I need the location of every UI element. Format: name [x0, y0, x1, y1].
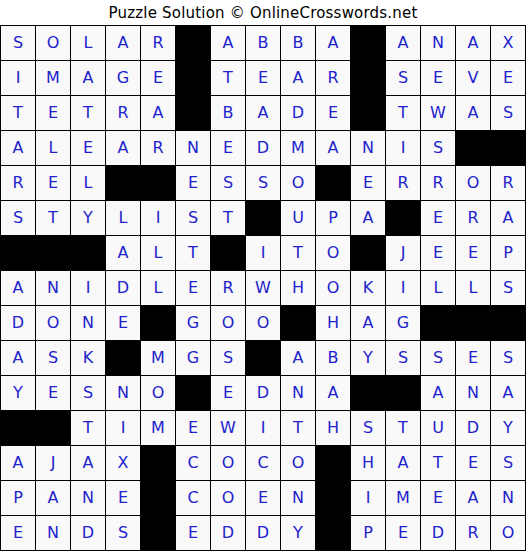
cell-letter: A: [468, 490, 479, 506]
cell-letter: T: [188, 245, 198, 261]
letter-cell: T: [281, 411, 315, 445]
letter-cell: D: [211, 516, 245, 550]
cell-letter: E: [48, 385, 58, 401]
black-cell: [106, 166, 140, 200]
cell-letter: S: [13, 35, 23, 51]
cell-letter: B: [223, 105, 234, 121]
letter-cell: W: [246, 271, 280, 305]
letter-cell: E: [456, 446, 490, 480]
letter-cell: A: [456, 26, 490, 60]
letter-cell: E: [456, 236, 490, 270]
black-cell: [106, 341, 140, 375]
cell-letter: A: [328, 385, 339, 401]
letter-cell: D: [1, 306, 35, 340]
cell-letter: R: [502, 175, 513, 191]
letter-cell: D: [106, 271, 140, 305]
letter-cell: I: [246, 411, 280, 445]
letter-cell: I: [141, 201, 175, 235]
letter-cell: A: [141, 96, 175, 130]
cell-letter: T: [293, 245, 303, 261]
letter-cell: N: [351, 131, 385, 165]
black-cell: [36, 236, 70, 270]
letter-cell: E: [211, 131, 245, 165]
cell-letter: T: [48, 210, 58, 226]
black-cell: [246, 201, 280, 235]
letter-cell: S: [1, 201, 35, 235]
cell-letter: E: [223, 385, 233, 401]
cell-letter: R: [397, 175, 408, 191]
letter-cell: E: [421, 61, 455, 95]
cell-letter: N: [187, 140, 199, 156]
cell-letter: E: [188, 525, 198, 541]
cell-letter: T: [433, 455, 443, 471]
letter-cell: S: [211, 341, 245, 375]
letter-cell: H: [351, 446, 385, 480]
letter-cell: A: [106, 26, 140, 60]
letter-cell: J: [386, 236, 420, 270]
letter-cell: O: [36, 306, 70, 340]
letter-cell: A: [106, 131, 140, 165]
black-cell: [491, 131, 525, 165]
cell-letter: T: [223, 210, 233, 226]
letter-cell: A: [281, 61, 315, 95]
letter-cell: E: [316, 96, 350, 130]
letter-cell: D: [281, 96, 315, 130]
letter-cell: T: [386, 411, 420, 445]
cell-letter: D: [82, 525, 94, 541]
cell-letter: I: [261, 420, 266, 436]
cell-letter: E: [118, 315, 128, 331]
black-cell: [36, 411, 70, 445]
letter-cell: W: [421, 96, 455, 130]
letter-cell: S: [421, 131, 455, 165]
cell-letter: A: [468, 105, 479, 121]
cell-letter: S: [503, 350, 513, 366]
cell-letter: P: [328, 210, 338, 226]
letter-cell: X: [491, 26, 525, 60]
letter-cell: A: [211, 26, 245, 60]
letter-cell: N: [491, 481, 525, 515]
cell-letter: O: [502, 525, 515, 541]
letter-cell: H: [316, 411, 350, 445]
cell-letter: M: [396, 490, 410, 506]
cell-letter: M: [151, 350, 165, 366]
cell-letter: E: [48, 105, 58, 121]
cell-letter: H: [327, 315, 339, 331]
letter-cell: U: [281, 201, 315, 235]
letter-cell: L: [421, 271, 455, 305]
letter-cell: A: [1, 271, 35, 305]
cell-letter: I: [16, 70, 21, 86]
cell-letter: S: [48, 350, 58, 366]
cell-letter: X: [118, 455, 129, 471]
letter-cell: E: [421, 201, 455, 235]
cell-letter: N: [362, 140, 374, 156]
cell-letter: I: [121, 420, 126, 436]
cell-letter: L: [434, 280, 443, 296]
letter-cell: E: [456, 341, 490, 375]
letter-cell: T: [1, 96, 35, 130]
letter-cell: T: [71, 96, 105, 130]
black-cell: [176, 96, 210, 130]
letter-cell: N: [36, 271, 70, 305]
letter-cell: B: [246, 26, 280, 60]
letter-cell: N: [281, 481, 315, 515]
cell-letter: A: [503, 210, 514, 226]
letter-cell: S: [211, 166, 245, 200]
cell-letter: L: [84, 175, 93, 191]
letter-cell: L: [456, 271, 490, 305]
cell-letter: N: [47, 525, 59, 541]
page-title: Puzzle Solution © OnlineCrosswords.net: [0, 0, 526, 25]
black-cell: [386, 376, 420, 410]
cell-letter: R: [152, 140, 163, 156]
cell-letter: O: [47, 35, 60, 51]
cell-letter: N: [82, 490, 94, 506]
cell-letter: S: [398, 70, 408, 86]
cell-letter: S: [223, 350, 233, 366]
letter-cell: T: [386, 96, 420, 130]
letter-cell: Y: [71, 201, 105, 235]
letter-cell: E: [176, 516, 210, 550]
letter-cell: E: [36, 376, 70, 410]
letter-cell: E: [351, 166, 385, 200]
cell-letter: N: [47, 280, 59, 296]
puzzle-solution-page: Puzzle Solution © OnlineCrosswords.net S…: [0, 0, 526, 551]
letter-cell: O: [36, 26, 70, 60]
cell-letter: A: [293, 70, 304, 86]
letter-cell: E: [1, 516, 35, 550]
letter-cell: M: [386, 481, 420, 515]
black-cell: [176, 61, 210, 95]
letter-cell: L: [71, 166, 105, 200]
cell-letter: N: [467, 385, 479, 401]
cell-letter: K: [363, 280, 374, 296]
crossword-grid: SOLARABBAANAXIMAGETEARSEVETETRABADETWASA…: [0, 25, 526, 551]
cell-letter: E: [363, 175, 373, 191]
letter-cell: L: [71, 26, 105, 60]
letter-cell: A: [36, 481, 70, 515]
letter-cell: T: [176, 236, 210, 270]
letter-cell: D: [246, 516, 280, 550]
cell-letter: W: [255, 280, 271, 296]
cell-letter: S: [503, 455, 513, 471]
cell-letter: O: [292, 175, 305, 191]
letter-cell: I: [246, 236, 280, 270]
cell-letter: Y: [363, 350, 373, 366]
black-cell: [71, 236, 105, 270]
letter-cell: C: [176, 446, 210, 480]
letter-cell: A: [71, 61, 105, 95]
cell-letter: A: [503, 385, 514, 401]
cell-letter: B: [293, 35, 304, 51]
cell-letter: A: [83, 70, 94, 86]
cell-letter: I: [86, 280, 91, 296]
cell-letter: L: [84, 35, 93, 51]
cell-letter: E: [433, 245, 443, 261]
cell-letter: N: [432, 35, 444, 51]
letter-cell: G: [106, 61, 140, 95]
cell-letter: O: [152, 385, 165, 401]
cell-letter: C: [187, 490, 198, 506]
letter-cell: S: [491, 341, 525, 375]
cell-letter: E: [328, 105, 338, 121]
cell-letter: D: [222, 525, 234, 541]
cell-letter: R: [467, 210, 478, 226]
letter-cell: M: [141, 411, 175, 445]
letter-cell: M: [281, 131, 315, 165]
cell-letter: E: [398, 525, 408, 541]
letter-cell: E: [36, 166, 70, 200]
letter-cell: A: [386, 26, 420, 60]
letter-cell: O: [211, 446, 245, 480]
cell-letter: S: [363, 420, 373, 436]
cell-letter: L: [469, 280, 478, 296]
cell-letter: T: [83, 420, 93, 436]
black-cell: [141, 306, 175, 340]
letter-cell: I: [386, 271, 420, 305]
letter-cell: H: [281, 271, 315, 305]
black-cell: [421, 306, 455, 340]
cell-letter: V: [468, 70, 479, 86]
letter-cell: G: [176, 341, 210, 375]
cell-letter: O: [222, 315, 235, 331]
cell-letter: L: [119, 210, 128, 226]
black-cell: [456, 306, 490, 340]
letter-cell: R: [141, 131, 175, 165]
letter-cell: J: [36, 446, 70, 480]
cell-letter: N: [292, 385, 304, 401]
cell-letter: D: [12, 315, 24, 331]
letter-cell: N: [176, 131, 210, 165]
letter-cell: C: [176, 481, 210, 515]
cell-letter: Y: [13, 385, 23, 401]
letter-cell: O: [211, 481, 245, 515]
letter-cell: E: [36, 96, 70, 130]
cell-letter: D: [257, 525, 269, 541]
letter-cell: R: [1, 166, 35, 200]
cell-letter: Y: [503, 420, 513, 436]
letter-cell: Y: [281, 516, 315, 550]
letter-cell: D: [456, 411, 490, 445]
letter-cell: R: [456, 201, 490, 235]
cell-letter: O: [467, 175, 480, 191]
letter-cell: N: [71, 306, 105, 340]
cell-letter: Y: [83, 210, 93, 226]
cell-letter: T: [223, 70, 233, 86]
letter-cell: K: [71, 341, 105, 375]
letter-cell: O: [246, 306, 280, 340]
black-cell: [316, 481, 350, 515]
cell-letter: E: [188, 420, 198, 436]
letter-cell: E: [176, 271, 210, 305]
cell-letter: A: [258, 105, 269, 121]
cell-letter: M: [46, 70, 60, 86]
cell-letter: O: [257, 315, 270, 331]
cell-letter: M: [291, 140, 305, 156]
black-cell: [281, 306, 315, 340]
cell-letter: U: [292, 210, 304, 226]
cell-letter: S: [83, 385, 93, 401]
letter-cell: S: [351, 411, 385, 445]
letter-cell: E: [246, 61, 280, 95]
letter-cell: S: [36, 341, 70, 375]
letter-cell: O: [456, 166, 490, 200]
cell-letter: A: [83, 455, 94, 471]
cell-letter: E: [258, 490, 268, 506]
letter-cell: E: [71, 131, 105, 165]
black-cell: [246, 341, 280, 375]
letter-cell: N: [71, 481, 105, 515]
letter-cell: P: [491, 236, 525, 270]
black-cell: [386, 201, 420, 235]
black-cell: [351, 26, 385, 60]
letter-cell: K: [351, 271, 385, 305]
cell-letter: A: [468, 35, 479, 51]
cell-letter: T: [13, 105, 23, 121]
cell-letter: P: [503, 245, 513, 261]
letter-cell: S: [386, 341, 420, 375]
letter-cell: S: [246, 166, 280, 200]
letter-cell: A: [386, 446, 420, 480]
black-cell: [351, 96, 385, 130]
cell-letter: L: [154, 245, 163, 261]
cell-letter: S: [433, 140, 443, 156]
black-cell: [316, 166, 350, 200]
letter-cell: S: [71, 376, 105, 410]
cell-letter: N: [82, 315, 94, 331]
letter-cell: T: [71, 411, 105, 445]
cell-letter: J: [51, 455, 56, 471]
letter-cell: Y: [1, 376, 35, 410]
letter-cell: E: [246, 481, 280, 515]
cell-letter: W: [220, 420, 236, 436]
letter-cell: P: [1, 481, 35, 515]
letter-cell: L: [36, 131, 70, 165]
cell-letter: P: [13, 490, 23, 506]
black-cell: [176, 376, 210, 410]
cell-letter: B: [328, 350, 339, 366]
letter-cell: O: [281, 446, 315, 480]
letter-cell: D: [246, 376, 280, 410]
cell-letter: N: [292, 490, 304, 506]
cell-letter: S: [398, 350, 408, 366]
letter-cell: D: [421, 516, 455, 550]
letter-cell: B: [281, 26, 315, 60]
cell-letter: I: [366, 490, 371, 506]
letter-cell: S: [491, 446, 525, 480]
cell-letter: Y: [293, 525, 303, 541]
cell-letter: E: [188, 175, 198, 191]
letter-cell: H: [316, 306, 350, 340]
black-cell: [141, 446, 175, 480]
cell-letter: R: [222, 280, 233, 296]
letter-cell: T: [281, 236, 315, 270]
cell-letter: A: [118, 140, 129, 156]
letter-cell: R: [316, 61, 350, 95]
black-cell: [141, 166, 175, 200]
cell-letter: A: [293, 350, 304, 366]
letter-cell: E: [106, 306, 140, 340]
letter-cell: T: [211, 201, 245, 235]
letter-cell: R: [211, 271, 245, 305]
cell-letter: H: [362, 455, 374, 471]
cell-letter: E: [223, 140, 233, 156]
letter-cell: N: [36, 516, 70, 550]
cell-letter: E: [468, 245, 478, 261]
cell-letter: I: [261, 245, 266, 261]
black-cell: [141, 516, 175, 550]
letter-cell: A: [1, 131, 35, 165]
cell-letter: E: [118, 490, 128, 506]
cell-letter: A: [328, 140, 339, 156]
cell-letter: I: [401, 280, 406, 296]
letter-cell: Y: [491, 411, 525, 445]
letter-cell: O: [491, 516, 525, 550]
cell-letter: A: [328, 35, 339, 51]
cell-letter: A: [153, 105, 164, 121]
cell-letter: A: [48, 490, 59, 506]
cell-letter: E: [83, 140, 93, 156]
letter-cell: A: [71, 446, 105, 480]
cell-letter: O: [47, 315, 60, 331]
cell-letter: W: [430, 105, 446, 121]
cell-letter: R: [117, 105, 128, 121]
cell-letter: G: [187, 350, 199, 366]
cell-letter: A: [363, 210, 374, 226]
cell-letter: A: [13, 280, 24, 296]
letter-cell: O: [211, 306, 245, 340]
cell-letter: O: [222, 455, 235, 471]
black-cell: [211, 236, 245, 270]
cell-letter: A: [118, 245, 129, 261]
cell-letter: C: [257, 455, 268, 471]
letter-cell: A: [456, 96, 490, 130]
letter-cell: U: [421, 411, 455, 445]
letter-cell: R: [386, 166, 420, 200]
letter-cell: O: [316, 271, 350, 305]
letter-cell: W: [211, 411, 245, 445]
cell-letter: S: [433, 350, 443, 366]
letter-cell: S: [386, 61, 420, 95]
letter-cell: O: [316, 236, 350, 270]
letter-cell: G: [176, 306, 210, 340]
cell-letter: E: [188, 280, 198, 296]
letter-cell: A: [281, 341, 315, 375]
black-cell: [351, 236, 385, 270]
cell-letter: E: [48, 175, 58, 191]
letter-cell: E: [211, 376, 245, 410]
black-cell: [491, 306, 525, 340]
cell-letter: L: [154, 280, 163, 296]
letter-cell: S: [176, 201, 210, 235]
letter-cell: E: [421, 236, 455, 270]
letter-cell: T: [36, 201, 70, 235]
letter-cell: A: [316, 131, 350, 165]
cell-letter: A: [433, 385, 444, 401]
cell-letter: X: [503, 35, 514, 51]
cell-letter: T: [398, 105, 408, 121]
black-cell: [351, 61, 385, 95]
cell-letter: I: [156, 210, 161, 226]
letter-cell: A: [316, 26, 350, 60]
letter-cell: Y: [351, 341, 385, 375]
letter-cell: N: [456, 376, 490, 410]
cell-letter: S: [503, 280, 513, 296]
black-cell: [141, 481, 175, 515]
letter-cell: L: [141, 271, 175, 305]
letter-cell: A: [106, 236, 140, 270]
